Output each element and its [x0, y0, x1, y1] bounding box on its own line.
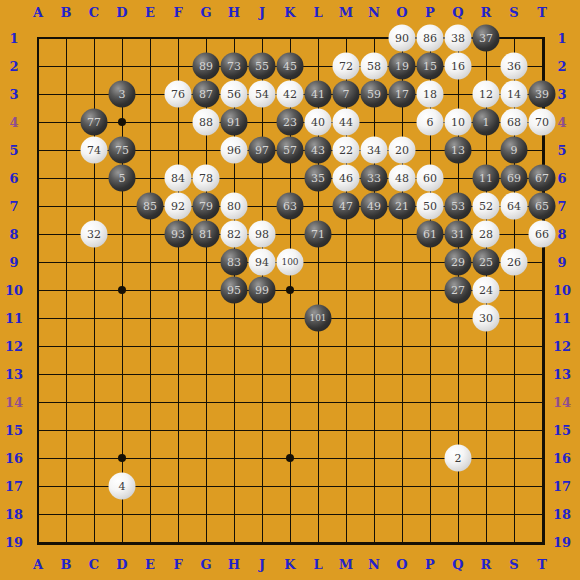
intersection-J6[interactable]	[248, 164, 276, 192]
intersection-F5[interactable]	[164, 136, 192, 164]
intersection-T17[interactable]	[528, 472, 556, 500]
intersection-G10[interactable]	[192, 276, 220, 304]
intersection-S16[interactable]	[500, 444, 528, 472]
stone-black-T6[interactable]: 67	[529, 165, 556, 192]
stone-black-R6[interactable]: 11	[473, 165, 500, 192]
stone-black-K7[interactable]: 63	[277, 193, 304, 220]
stone-black-P2[interactable]: 15	[417, 53, 444, 80]
intersection-C3[interactable]	[80, 80, 108, 108]
intersection-A14[interactable]	[24, 388, 52, 416]
intersection-J12[interactable]	[248, 332, 276, 360]
intersection-H17[interactable]	[220, 472, 248, 500]
intersection-M17[interactable]	[332, 472, 360, 500]
intersection-R19[interactable]	[472, 528, 500, 556]
stone-black-O7[interactable]: 21	[389, 193, 416, 220]
intersection-E8[interactable]	[136, 220, 164, 248]
stone-white-S3[interactable]: 14	[501, 81, 528, 108]
intersection-O8[interactable]	[388, 220, 416, 248]
intersection-N1[interactable]	[360, 24, 388, 52]
intersection-C13[interactable]	[80, 360, 108, 388]
intersection-B3[interactable]	[52, 80, 80, 108]
stone-white-R7[interactable]: 52	[473, 193, 500, 220]
intersection-P11[interactable]	[416, 304, 444, 332]
intersection-L1[interactable]	[304, 24, 332, 52]
intersection-B19[interactable]	[52, 528, 80, 556]
intersection-N12[interactable]	[360, 332, 388, 360]
stone-black-J10[interactable]: 99	[249, 277, 276, 304]
intersection-S17[interactable]	[500, 472, 528, 500]
intersection-A9[interactable]	[24, 248, 52, 276]
stone-white-R10[interactable]: 24	[473, 277, 500, 304]
stone-black-N3[interactable]: 59	[361, 81, 388, 108]
intersection-S12[interactable]	[500, 332, 528, 360]
intersection-F13[interactable]	[164, 360, 192, 388]
intersection-R18[interactable]	[472, 500, 500, 528]
intersection-K15[interactable]	[276, 416, 304, 444]
intersection-A15[interactable]	[24, 416, 52, 444]
stone-white-F3[interactable]: 76	[165, 81, 192, 108]
stone-white-Q1[interactable]: 38	[445, 25, 472, 52]
intersection-T15[interactable]	[528, 416, 556, 444]
intersection-O15[interactable]	[388, 416, 416, 444]
intersection-T12[interactable]	[528, 332, 556, 360]
stone-black-T3[interactable]: 39	[529, 81, 556, 108]
intersection-N17[interactable]	[360, 472, 388, 500]
stone-white-F6[interactable]: 84	[165, 165, 192, 192]
intersection-L16[interactable]	[304, 444, 332, 472]
intersection-A11[interactable]	[24, 304, 52, 332]
intersection-S8[interactable]	[500, 220, 528, 248]
intersection-M16[interactable]	[332, 444, 360, 472]
intersection-N16[interactable]	[360, 444, 388, 472]
intersection-G5[interactable]	[192, 136, 220, 164]
intersection-A17[interactable]	[24, 472, 52, 500]
stone-white-H3[interactable]: 56	[221, 81, 248, 108]
stone-white-S4[interactable]: 68	[501, 109, 528, 136]
stone-white-Q4[interactable]: 10	[445, 109, 472, 136]
intersection-D11[interactable]	[108, 304, 136, 332]
intersection-T16[interactable]	[528, 444, 556, 472]
intersection-E16[interactable]	[136, 444, 164, 472]
intersection-L12[interactable]	[304, 332, 332, 360]
stone-black-S5[interactable]: 9	[501, 137, 528, 164]
intersection-B16[interactable]	[52, 444, 80, 472]
intersection-L18[interactable]	[304, 500, 332, 528]
intersection-A18[interactable]	[24, 500, 52, 528]
intersection-K18[interactable]	[276, 500, 304, 528]
intersection-S18[interactable]	[500, 500, 528, 528]
intersection-N4[interactable]	[360, 108, 388, 136]
stone-black-M3[interactable]: 7	[333, 81, 360, 108]
intersection-T10[interactable]	[528, 276, 556, 304]
intersection-J19[interactable]	[248, 528, 276, 556]
intersection-J11[interactable]	[248, 304, 276, 332]
intersection-P16[interactable]	[416, 444, 444, 472]
intersection-F12[interactable]	[164, 332, 192, 360]
intersection-F1[interactable]	[164, 24, 192, 52]
intersection-B7[interactable]	[52, 192, 80, 220]
stone-black-G3[interactable]: 87	[193, 81, 220, 108]
intersection-O11[interactable]	[388, 304, 416, 332]
intersection-S11[interactable]	[500, 304, 528, 332]
stone-black-T7[interactable]: 65	[529, 193, 556, 220]
intersection-N14[interactable]	[360, 388, 388, 416]
intersection-F16[interactable]	[164, 444, 192, 472]
intersection-N8[interactable]	[360, 220, 388, 248]
intersection-Q3[interactable]	[444, 80, 472, 108]
stone-black-R4[interactable]: 1	[473, 109, 500, 136]
intersection-J16[interactable]	[248, 444, 276, 472]
intersection-S19[interactable]	[500, 528, 528, 556]
intersection-H6[interactable]	[220, 164, 248, 192]
intersection-E6[interactable]	[136, 164, 164, 192]
intersection-D1[interactable]	[108, 24, 136, 52]
intersection-R2[interactable]	[472, 52, 500, 80]
stone-white-Q16[interactable]: 2	[445, 445, 472, 472]
stone-white-N2[interactable]: 58	[361, 53, 388, 80]
intersection-P19[interactable]	[416, 528, 444, 556]
intersection-B2[interactable]	[52, 52, 80, 80]
stone-white-D17[interactable]: 4	[109, 473, 136, 500]
intersection-H19[interactable]	[220, 528, 248, 556]
intersection-A12[interactable]	[24, 332, 52, 360]
intersection-A10[interactable]	[24, 276, 52, 304]
intersection-Q14[interactable]	[444, 388, 472, 416]
intersection-L15[interactable]	[304, 416, 332, 444]
intersection-M11[interactable]	[332, 304, 360, 332]
intersection-O17[interactable]	[388, 472, 416, 500]
stone-black-J5[interactable]: 97	[249, 137, 276, 164]
intersection-F9[interactable]	[164, 248, 192, 276]
stone-black-G2[interactable]: 89	[193, 53, 220, 80]
intersection-E10[interactable]	[136, 276, 164, 304]
stone-black-C4[interactable]: 77	[81, 109, 108, 136]
stone-white-K9[interactable]: 100	[277, 249, 304, 276]
stone-black-S6[interactable]: 69	[501, 165, 528, 192]
stone-white-S9[interactable]: 26	[501, 249, 528, 276]
intersection-E14[interactable]	[136, 388, 164, 416]
stone-white-Q2[interactable]: 16	[445, 53, 472, 80]
stone-white-P1[interactable]: 86	[417, 25, 444, 52]
stone-white-N5[interactable]: 34	[361, 137, 388, 164]
intersection-E18[interactable]	[136, 500, 164, 528]
intersection-J7[interactable]	[248, 192, 276, 220]
intersection-N10[interactable]	[360, 276, 388, 304]
intersection-D15[interactable]	[108, 416, 136, 444]
intersection-C16[interactable]	[80, 444, 108, 472]
intersection-G11[interactable]	[192, 304, 220, 332]
intersection-H15[interactable]	[220, 416, 248, 444]
intersection-O9[interactable]	[388, 248, 416, 276]
intersection-M1[interactable]	[332, 24, 360, 52]
stone-black-E7[interactable]: 85	[137, 193, 164, 220]
intersection-F11[interactable]	[164, 304, 192, 332]
intersection-O16[interactable]	[388, 444, 416, 472]
intersection-C9[interactable]	[80, 248, 108, 276]
intersection-Q19[interactable]	[444, 528, 472, 556]
stone-black-L8[interactable]: 71	[305, 221, 332, 248]
stone-black-G8[interactable]: 81	[193, 221, 220, 248]
stone-white-S2[interactable]: 36	[501, 53, 528, 80]
stone-black-Q10[interactable]: 27	[445, 277, 472, 304]
intersection-D2[interactable]	[108, 52, 136, 80]
intersection-G13[interactable]	[192, 360, 220, 388]
stone-black-Q9[interactable]: 29	[445, 249, 472, 276]
intersection-A16[interactable]	[24, 444, 52, 472]
intersection-P18[interactable]	[416, 500, 444, 528]
intersection-O13[interactable]	[388, 360, 416, 388]
intersection-C1[interactable]	[80, 24, 108, 52]
stone-white-H8[interactable]: 82	[221, 221, 248, 248]
intersection-Q13[interactable]	[444, 360, 472, 388]
intersection-D12[interactable]	[108, 332, 136, 360]
intersection-M19[interactable]	[332, 528, 360, 556]
intersection-A13[interactable]	[24, 360, 52, 388]
stone-black-D5[interactable]: 75	[109, 137, 136, 164]
intersection-R17[interactable]	[472, 472, 500, 500]
stone-white-R3[interactable]: 12	[473, 81, 500, 108]
intersection-F2[interactable]	[164, 52, 192, 80]
intersection-A5[interactable]	[24, 136, 52, 164]
intersection-A3[interactable]	[24, 80, 52, 108]
stone-black-N7[interactable]: 49	[361, 193, 388, 220]
intersection-L17[interactable]	[304, 472, 332, 500]
intersection-H11[interactable]	[220, 304, 248, 332]
intersection-K12[interactable]	[276, 332, 304, 360]
stone-black-L5[interactable]: 43	[305, 137, 332, 164]
intersection-J15[interactable]	[248, 416, 276, 444]
intersection-A19[interactable]	[24, 528, 52, 556]
stone-white-J8[interactable]: 98	[249, 221, 276, 248]
intersection-C14[interactable]	[80, 388, 108, 416]
intersection-A7[interactable]	[24, 192, 52, 220]
stone-white-J9[interactable]: 94	[249, 249, 276, 276]
intersection-L13[interactable]	[304, 360, 332, 388]
intersection-N18[interactable]	[360, 500, 388, 528]
intersection-H16[interactable]	[220, 444, 248, 472]
stone-black-H10[interactable]: 95	[221, 277, 248, 304]
intersection-C2[interactable]	[80, 52, 108, 80]
intersection-O12[interactable]	[388, 332, 416, 360]
intersection-N19[interactable]	[360, 528, 388, 556]
intersection-A8[interactable]	[24, 220, 52, 248]
stone-white-M2[interactable]: 72	[333, 53, 360, 80]
intersection-E17[interactable]	[136, 472, 164, 500]
intersection-K6[interactable]	[276, 164, 304, 192]
intersection-D13[interactable]	[108, 360, 136, 388]
intersection-L14[interactable]	[304, 388, 332, 416]
intersection-C11[interactable]	[80, 304, 108, 332]
intersection-B5[interactable]	[52, 136, 80, 164]
intersection-L7[interactable]	[304, 192, 332, 220]
intersection-E5[interactable]	[136, 136, 164, 164]
intersection-G18[interactable]	[192, 500, 220, 528]
stone-white-O5[interactable]: 20	[389, 137, 416, 164]
intersection-N9[interactable]	[360, 248, 388, 276]
intersection-E15[interactable]	[136, 416, 164, 444]
stone-white-R8[interactable]: 28	[473, 221, 500, 248]
stone-white-T8[interactable]: 66	[529, 221, 556, 248]
stone-black-L3[interactable]: 41	[305, 81, 332, 108]
stone-black-H9[interactable]: 83	[221, 249, 248, 276]
intersection-J4[interactable]	[248, 108, 276, 136]
intersection-E3[interactable]	[136, 80, 164, 108]
stone-black-R9[interactable]: 25	[473, 249, 500, 276]
intersection-R14[interactable]	[472, 388, 500, 416]
intersection-B8[interactable]	[52, 220, 80, 248]
intersection-B13[interactable]	[52, 360, 80, 388]
stone-black-R1[interactable]: 37	[473, 25, 500, 52]
intersection-M10[interactable]	[332, 276, 360, 304]
intersection-E1[interactable]	[136, 24, 164, 52]
intersection-F18[interactable]	[164, 500, 192, 528]
intersection-B15[interactable]	[52, 416, 80, 444]
stone-white-H5[interactable]: 96	[221, 137, 248, 164]
stone-white-M5[interactable]: 22	[333, 137, 360, 164]
stone-white-M4[interactable]: 44	[333, 109, 360, 136]
intersection-E19[interactable]	[136, 528, 164, 556]
intersection-O10[interactable]	[388, 276, 416, 304]
intersection-B18[interactable]	[52, 500, 80, 528]
intersection-K11[interactable]	[276, 304, 304, 332]
intersection-B6[interactable]	[52, 164, 80, 192]
stone-black-P8[interactable]: 61	[417, 221, 444, 248]
intersection-M12[interactable]	[332, 332, 360, 360]
intersection-M9[interactable]	[332, 248, 360, 276]
intersection-G12[interactable]	[192, 332, 220, 360]
intersection-S13[interactable]	[500, 360, 528, 388]
intersection-P17[interactable]	[416, 472, 444, 500]
intersection-E2[interactable]	[136, 52, 164, 80]
intersection-T11[interactable]	[528, 304, 556, 332]
intersection-P12[interactable]	[416, 332, 444, 360]
intersection-F15[interactable]	[164, 416, 192, 444]
intersection-D14[interactable]	[108, 388, 136, 416]
stone-black-Q7[interactable]: 53	[445, 193, 472, 220]
intersection-M8[interactable]	[332, 220, 360, 248]
stone-white-K3[interactable]: 42	[277, 81, 304, 108]
intersection-T9[interactable]	[528, 248, 556, 276]
intersection-C7[interactable]	[80, 192, 108, 220]
intersection-S14[interactable]	[500, 388, 528, 416]
intersection-P5[interactable]	[416, 136, 444, 164]
intersection-K17[interactable]	[276, 472, 304, 500]
stone-black-Q8[interactable]: 31	[445, 221, 472, 248]
stone-white-C5[interactable]: 74	[81, 137, 108, 164]
intersection-L10[interactable]	[304, 276, 332, 304]
intersection-J13[interactable]	[248, 360, 276, 388]
intersection-O4[interactable]	[388, 108, 416, 136]
intersection-N13[interactable]	[360, 360, 388, 388]
stone-white-R11[interactable]: 30	[473, 305, 500, 332]
intersection-B12[interactable]	[52, 332, 80, 360]
stone-black-Q5[interactable]: 13	[445, 137, 472, 164]
intersection-G19[interactable]	[192, 528, 220, 556]
stone-black-D6[interactable]: 5	[109, 165, 136, 192]
intersection-C17[interactable]	[80, 472, 108, 500]
intersection-H18[interactable]	[220, 500, 248, 528]
stone-white-C8[interactable]: 32	[81, 221, 108, 248]
intersection-T5[interactable]	[528, 136, 556, 164]
intersection-B17[interactable]	[52, 472, 80, 500]
intersection-P10[interactable]	[416, 276, 444, 304]
stone-white-G6[interactable]: 78	[193, 165, 220, 192]
intersection-F14[interactable]	[164, 388, 192, 416]
intersection-G15[interactable]	[192, 416, 220, 444]
intersection-J17[interactable]	[248, 472, 276, 500]
intersection-L9[interactable]	[304, 248, 332, 276]
intersection-D19[interactable]	[108, 528, 136, 556]
intersection-C18[interactable]	[80, 500, 108, 528]
stone-white-L4[interactable]: 40	[305, 109, 332, 136]
stone-black-L6[interactable]: 35	[305, 165, 332, 192]
intersection-R16[interactable]	[472, 444, 500, 472]
intersection-C15[interactable]	[80, 416, 108, 444]
intersection-G1[interactable]	[192, 24, 220, 52]
stone-white-O1[interactable]: 90	[389, 25, 416, 52]
intersection-C10[interactable]	[80, 276, 108, 304]
intersection-H12[interactable]	[220, 332, 248, 360]
intersection-G14[interactable]	[192, 388, 220, 416]
intersection-T19[interactable]	[528, 528, 556, 556]
intersection-H13[interactable]	[220, 360, 248, 388]
stone-black-M7[interactable]: 47	[333, 193, 360, 220]
intersection-S10[interactable]	[500, 276, 528, 304]
intersection-B4[interactable]	[52, 108, 80, 136]
intersection-N15[interactable]	[360, 416, 388, 444]
intersection-N11[interactable]	[360, 304, 388, 332]
intersection-T2[interactable]	[528, 52, 556, 80]
stone-black-L11[interactable]: 101	[305, 305, 332, 332]
stone-black-K2[interactable]: 45	[277, 53, 304, 80]
intersection-D9[interactable]	[108, 248, 136, 276]
intersection-B9[interactable]	[52, 248, 80, 276]
intersection-F10[interactable]	[164, 276, 192, 304]
stone-white-S7[interactable]: 64	[501, 193, 528, 220]
intersection-Q6[interactable]	[444, 164, 472, 192]
stone-white-T4[interactable]: 70	[529, 109, 556, 136]
stone-black-K5[interactable]: 57	[277, 137, 304, 164]
intersection-Q17[interactable]	[444, 472, 472, 500]
intersection-F17[interactable]	[164, 472, 192, 500]
intersection-S1[interactable]	[500, 24, 528, 52]
intersection-G9[interactable]	[192, 248, 220, 276]
intersection-M18[interactable]	[332, 500, 360, 528]
intersection-T13[interactable]	[528, 360, 556, 388]
intersection-B10[interactable]	[52, 276, 80, 304]
intersection-K13[interactable]	[276, 360, 304, 388]
stone-white-J3[interactable]: 54	[249, 81, 276, 108]
intersection-O19[interactable]	[388, 528, 416, 556]
intersection-A1[interactable]	[24, 24, 52, 52]
intersection-S15[interactable]	[500, 416, 528, 444]
intersection-D8[interactable]	[108, 220, 136, 248]
intersection-D7[interactable]	[108, 192, 136, 220]
intersection-R5[interactable]	[472, 136, 500, 164]
stone-black-O2[interactable]: 19	[389, 53, 416, 80]
intersection-C12[interactable]	[80, 332, 108, 360]
intersection-K14[interactable]	[276, 388, 304, 416]
intersection-O18[interactable]	[388, 500, 416, 528]
intersection-F19[interactable]	[164, 528, 192, 556]
intersection-M13[interactable]	[332, 360, 360, 388]
intersection-R15[interactable]	[472, 416, 500, 444]
intersection-G16[interactable]	[192, 444, 220, 472]
stone-black-J2[interactable]: 55	[249, 53, 276, 80]
stone-white-F7[interactable]: 92	[165, 193, 192, 220]
stone-black-D3[interactable]: 3	[109, 81, 136, 108]
intersection-Q15[interactable]	[444, 416, 472, 444]
